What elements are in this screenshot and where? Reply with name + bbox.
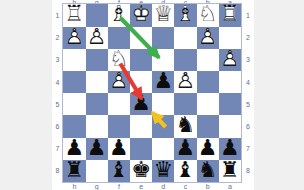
file-label-bottom-d: d <box>152 183 174 190</box>
square-a5[interactable] <box>219 93 241 115</box>
rank-label-left-2: 2 <box>52 27 63 49</box>
square-f1[interactable]: ♝♗ <box>108 4 130 26</box>
rank-label-right-8: 8 <box>242 160 254 182</box>
square-d5[interactable] <box>152 93 174 115</box>
screenshot-root: { "game": "chess", "board": { "orientati… <box>0 0 304 190</box>
piece-black-pawn[interactable]: ♟ <box>86 138 108 160</box>
piece-outline-glyph: ♙ <box>176 70 196 92</box>
piece-black-pawn[interactable]: ♟ <box>130 93 152 115</box>
piece-black-queen[interactable]: ♛ <box>152 160 174 182</box>
square-c4[interactable]: ♟♙ <box>174 71 196 93</box>
piece-black-rook[interactable]: ♜ <box>63 160 85 182</box>
piece-glyph: ♟ <box>87 137 107 159</box>
rank-labels-left: 12345678 <box>52 4 63 182</box>
piece-white-pawn[interactable]: ♟♙ <box>108 71 130 93</box>
square-e1[interactable]: ♚♔ <box>130 4 152 26</box>
piece-black-bishop[interactable]: ♝ <box>174 160 196 182</box>
rank-label-left-4: 4 <box>52 71 63 93</box>
piece-glyph: ♟ <box>65 137 85 159</box>
chess-board: ♜♖♝♗♚♔♛♕♝♗♞♘♜♖♟♙♟♙♟♙♞♘♟♙♟♙♟♟♙♟♞♟♟♟♟♟♟♜♝♚… <box>63 4 241 182</box>
square-g8[interactable] <box>86 160 108 182</box>
piece-black-rook[interactable]: ♜ <box>219 160 241 182</box>
piece-glyph: ♞ <box>198 159 218 181</box>
square-g3[interactable] <box>86 49 108 71</box>
rank-label-right-6: 6 <box>242 115 254 137</box>
square-e3[interactable] <box>130 49 152 71</box>
square-d8[interactable]: ♛ <box>152 160 174 182</box>
square-h3[interactable] <box>63 49 85 71</box>
square-g2[interactable]: ♟♙ <box>86 27 108 49</box>
piece-outline-glyph: ♔ <box>131 4 151 26</box>
square-d6[interactable] <box>152 115 174 137</box>
file-label-bottom-f: f <box>108 183 130 190</box>
rank-label-right-5: 5 <box>242 93 254 115</box>
square-a8[interactable]: ♜ <box>219 160 241 182</box>
file-labels-bottom: hgfedcba <box>63 183 241 189</box>
square-e6[interactable] <box>130 115 152 137</box>
square-d2[interactable] <box>152 27 174 49</box>
rank-label-left-3: 3 <box>52 49 63 71</box>
piece-white-rook[interactable]: ♜♖ <box>219 4 241 26</box>
rank-label-left-5: 5 <box>52 93 63 115</box>
piece-outline-glyph: ♙ <box>220 48 240 70</box>
file-label-bottom-g: g <box>86 183 108 190</box>
piece-glyph: ♝ <box>109 159 129 181</box>
piece-glyph: ♟ <box>109 137 129 159</box>
piece-glyph: ♟ <box>220 137 240 159</box>
piece-white-pawn[interactable]: ♟♙ <box>174 71 196 93</box>
square-b3[interactable] <box>197 49 219 71</box>
piece-glyph: ♟ <box>153 70 173 92</box>
piece-outline-glyph: ♙ <box>65 26 85 48</box>
square-c1[interactable]: ♝♗ <box>174 4 196 26</box>
piece-black-bishop[interactable]: ♝ <box>108 160 130 182</box>
square-h8[interactable]: ♜ <box>63 160 85 182</box>
square-f4[interactable]: ♟♙ <box>108 71 130 93</box>
file-label-bottom-h: h <box>63 183 85 190</box>
piece-black-king[interactable]: ♚ <box>130 160 152 182</box>
rank-label-right-3: 3 <box>242 49 254 71</box>
piece-white-bishop[interactable]: ♝♗ <box>174 4 196 26</box>
rank-label-left-7: 7 <box>52 138 63 160</box>
piece-glyph: ♝ <box>176 159 196 181</box>
piece-outline-glyph: ♗ <box>109 4 129 26</box>
piece-outline-glyph: ♕ <box>153 4 173 26</box>
piece-outline-glyph: ♖ <box>65 4 85 26</box>
piece-white-bishop[interactable]: ♝♗ <box>108 4 130 26</box>
square-e8[interactable]: ♚ <box>130 160 152 182</box>
rank-label-right-2: 2 <box>242 27 254 49</box>
square-f5[interactable] <box>108 93 130 115</box>
square-a4[interactable] <box>219 71 241 93</box>
square-b2[interactable]: ♟♙ <box>197 27 219 49</box>
piece-outline-glyph: ♙ <box>109 70 129 92</box>
square-d4[interactable]: ♟ <box>152 71 174 93</box>
rank-label-left-6: 6 <box>52 115 63 137</box>
piece-glyph: ♟ <box>198 137 218 159</box>
square-c2[interactable] <box>174 27 196 49</box>
piece-white-pawn[interactable]: ♟♙ <box>86 27 108 49</box>
piece-glyph: ♟ <box>176 137 196 159</box>
piece-white-pawn[interactable]: ♟♙ <box>219 49 241 71</box>
piece-outline-glyph: ♘ <box>198 4 218 26</box>
piece-outline-glyph: ♙ <box>198 26 218 48</box>
square-b5[interactable] <box>197 93 219 115</box>
piece-glyph: ♞ <box>176 115 196 137</box>
square-e5[interactable]: ♟ <box>130 93 152 115</box>
rank-label-right-1: 1 <box>242 4 254 26</box>
chess-board-panel: hgfedcba hgfedcba 12345678 12345678 ♜♖♝♗… <box>52 0 254 190</box>
rank-label-right-4: 4 <box>242 71 254 93</box>
piece-glyph: ♟ <box>131 92 151 114</box>
piece-outline-glyph: ♙ <box>87 26 107 48</box>
square-d1[interactable]: ♛♕ <box>152 4 174 26</box>
piece-white-queen[interactable]: ♛♕ <box>152 4 174 26</box>
square-b4[interactable] <box>197 71 219 93</box>
square-b8[interactable]: ♞ <box>197 160 219 182</box>
piece-glyph: ♛ <box>153 159 173 181</box>
file-label-bottom-a: a <box>219 183 241 190</box>
square-a3[interactable]: ♟♙ <box>219 49 241 71</box>
square-h2[interactable]: ♟♙ <box>63 27 85 49</box>
rank-label-left-8: 8 <box>52 160 63 182</box>
piece-white-pawn[interactable]: ♟♙ <box>63 27 85 49</box>
piece-outline-glyph: ♘ <box>109 48 129 70</box>
square-h5[interactable] <box>63 93 85 115</box>
square-e2[interactable] <box>130 27 152 49</box>
piece-glyph: ♜ <box>65 159 85 181</box>
square-a1[interactable]: ♜♖ <box>219 4 241 26</box>
piece-white-king[interactable]: ♚♔ <box>130 4 152 26</box>
file-label-bottom-b: b <box>197 183 219 190</box>
square-g7[interactable]: ♟ <box>86 138 108 160</box>
square-h4[interactable] <box>63 71 85 93</box>
piece-black-pawn[interactable]: ♟ <box>152 71 174 93</box>
square-f8[interactable]: ♝ <box>108 160 130 182</box>
piece-glyph: ♚ <box>131 159 151 181</box>
rank-label-left-1: 1 <box>52 4 63 26</box>
file-label-bottom-e: e <box>130 183 152 190</box>
piece-white-pawn[interactable]: ♟♙ <box>197 27 219 49</box>
piece-outline-glyph: ♖ <box>220 4 240 26</box>
rank-labels-right: 12345678 <box>242 4 254 182</box>
rank-label-right-7: 7 <box>242 138 254 160</box>
square-g5[interactable] <box>86 93 108 115</box>
piece-black-knight[interactable]: ♞ <box>197 160 219 182</box>
file-label-bottom-c: c <box>174 183 196 190</box>
piece-glyph: ♜ <box>220 159 240 181</box>
square-g4[interactable] <box>86 71 108 93</box>
square-c8[interactable]: ♝ <box>174 160 196 182</box>
piece-outline-glyph: ♗ <box>176 4 196 26</box>
